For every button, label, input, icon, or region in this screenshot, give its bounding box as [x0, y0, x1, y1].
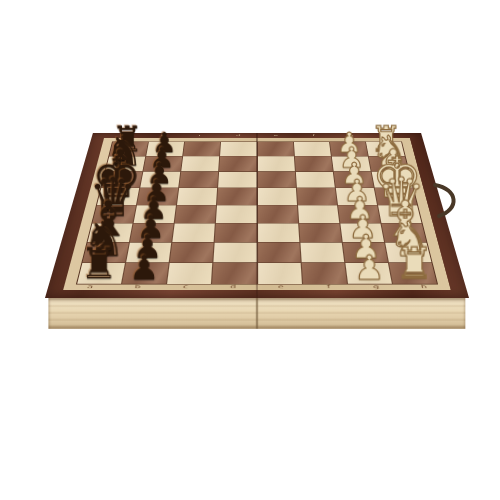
square-e1: ♚ [375, 188, 417, 205]
square-a8: ♜ [77, 263, 125, 284]
square-c5 [215, 223, 256, 242]
square-e2: ♟ [336, 188, 377, 205]
box-side-seam [256, 298, 258, 329]
square-g6 [181, 156, 219, 171]
square-h7: ♟ [146, 142, 184, 156]
square-f6 [179, 172, 218, 188]
square-c1: ♝ [381, 223, 426, 242]
square-g5 [219, 156, 256, 171]
square-g7: ♟ [143, 156, 182, 171]
black-pawn-e7: ♟ [143, 176, 170, 206]
square-c6 [173, 223, 216, 242]
square-h3 [294, 142, 331, 156]
square-a1: ♜ [389, 263, 437, 284]
square-a6 [167, 263, 212, 284]
square-f5 [218, 172, 256, 188]
coordinate-label: d [219, 134, 257, 136]
square-e8: ♚ [97, 188, 139, 205]
square-d7: ♟ [134, 205, 176, 223]
square-g2: ♟ [332, 156, 371, 171]
square-h6 [183, 142, 220, 156]
square-d3 [298, 205, 339, 223]
square-c3 [299, 223, 342, 242]
square-h1: ♜ [366, 142, 405, 156]
square-f3 [296, 172, 335, 188]
square-c2: ♟ [340, 223, 384, 242]
square-a3 [301, 263, 346, 284]
square-f8: ♝ [101, 172, 142, 188]
square-d2: ♟ [338, 205, 380, 223]
square-h4 [257, 142, 293, 156]
square-d6 [175, 205, 216, 223]
box-front-side [48, 298, 465, 329]
square-h2: ♟ [330, 142, 368, 156]
square-c8: ♝ [88, 223, 133, 242]
square-e5 [217, 188, 256, 205]
square-e3 [297, 188, 337, 205]
back-coordinate-labels: abcdefgh [106, 134, 408, 136]
square-f4 [257, 172, 295, 188]
square-g1: ♞ [369, 156, 409, 171]
square-d5 [216, 205, 256, 223]
coordinate-label: h [370, 134, 408, 136]
black-pawn-c7: ♟ [136, 211, 165, 243]
square-g8: ♞ [105, 156, 145, 171]
square-g4 [257, 156, 294, 171]
square-e7: ♟ [137, 188, 178, 205]
square-d4 [258, 205, 298, 223]
fold-seam [256, 133, 258, 298]
white-pawn-c2: ♟ [349, 211, 378, 243]
square-g3 [295, 156, 333, 171]
square-f7: ♟ [140, 172, 180, 188]
square-h5 [220, 142, 256, 156]
square-a7: ♟ [122, 263, 169, 284]
white-pawn-e2: ♟ [344, 176, 371, 206]
square-a5 [212, 263, 256, 284]
square-e4 [257, 188, 296, 205]
coordinate-label: a [106, 134, 144, 136]
coordinate-label: g [332, 134, 370, 136]
clasp-icon [430, 180, 464, 222]
square-h8: ♜ [109, 142, 148, 156]
product-photo: ♜♟♟♜♞♟♟♞♝♟♟♝♚♟♟♚♛♟♟♛♝♟♟♝♞♟♟♞♜♟♟♜ abcdefg… [0, 0, 500, 500]
coordinate-label: e [257, 134, 295, 136]
white-pawn-d2: ♟ [346, 193, 374, 224]
black-pawn-d7: ♟ [140, 193, 168, 224]
square-e6 [177, 188, 217, 205]
coordinate-label: f [295, 134, 333, 136]
square-f1: ♝ [372, 172, 413, 188]
square-f2: ♟ [334, 172, 374, 188]
square-a4 [258, 263, 302, 284]
square-d8: ♛ [93, 205, 137, 223]
square-c7: ♟ [130, 223, 174, 242]
square-d1: ♛ [378, 205, 422, 223]
coordinate-label: c [182, 134, 220, 136]
coordinate-label: b [144, 134, 182, 136]
square-c4 [258, 223, 299, 242]
chess-board: ♜♟♟♜♞♟♟♞♝♟♟♝♚♟♟♚♛♟♟♛♝♟♟♝♞♟♟♞♜♟♟♜ abcdefg… [45, 133, 469, 298]
square-a2: ♟ [345, 263, 392, 284]
